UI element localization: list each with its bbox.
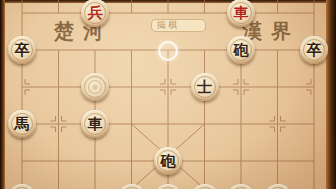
piece-glyph: 兵 <box>88 0 103 27</box>
piece-black-馬[interactable]: 馬 <box>8 110 36 138</box>
piece-glyph: 砲 <box>234 36 249 64</box>
piece-black-砲[interactable]: 砲 <box>154 147 182 175</box>
piece-glyph: 士 <box>197 73 212 101</box>
piece-glyph: 卒 <box>307 36 322 64</box>
piece-red-兵[interactable]: 兵 <box>81 0 109 27</box>
piece-black-砲[interactable]: 砲 <box>227 36 255 64</box>
piece-hidden-facedown[interactable] <box>81 73 109 101</box>
piece-black-車[interactable]: 車 <box>81 110 109 138</box>
piece-glyph: 砲 <box>161 147 176 175</box>
piece-black-士[interactable]: 士 <box>191 73 219 101</box>
piece-glyph: 車 <box>234 0 249 27</box>
piece-black-卒[interactable]: 卒 <box>300 36 328 64</box>
piece-red-車[interactable]: 車 <box>227 0 255 27</box>
piece-black-卒[interactable]: 卒 <box>8 36 36 64</box>
piece-glyph: 卒 <box>15 36 30 64</box>
river-label-chu: 楚河 <box>52 20 114 42</box>
move-target-indicator[interactable] <box>158 41 178 61</box>
piece-glyph: 馬 <box>15 110 30 138</box>
xiangqi-board: 楚河 漢界 揭棋 兵車卒砲卒士馬車砲 <box>0 0 336 189</box>
game-mode-badge: 揭棋 <box>151 19 206 32</box>
piece-glyph: 車 <box>88 110 103 138</box>
